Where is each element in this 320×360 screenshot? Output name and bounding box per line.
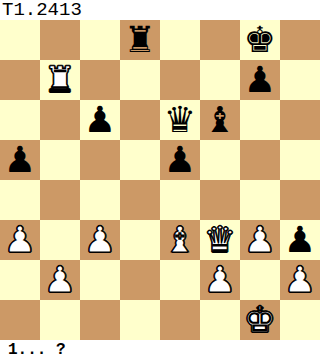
white-pawn[interactable]: ♟: [284, 262, 316, 298]
square-e4[interactable]: [160, 180, 200, 220]
square-d5[interactable]: [120, 140, 160, 180]
square-a6[interactable]: [0, 100, 40, 140]
white-rook[interactable]: ♜: [44, 62, 76, 98]
square-e1[interactable]: [160, 300, 200, 340]
square-h6[interactable]: [280, 100, 320, 140]
square-a7[interactable]: [0, 60, 40, 100]
square-d7[interactable]: [120, 60, 160, 100]
square-d8[interactable]: ♜: [120, 20, 160, 60]
square-f5[interactable]: [200, 140, 240, 180]
white-pawn[interactable]: ♟: [204, 262, 236, 298]
square-a2[interactable]: [0, 260, 40, 300]
square-c1[interactable]: [80, 300, 120, 340]
square-a1[interactable]: [0, 300, 40, 340]
square-g2[interactable]: [240, 260, 280, 300]
white-bishop[interactable]: ♝: [164, 222, 196, 258]
square-a8[interactable]: [0, 20, 40, 60]
square-h4[interactable]: [280, 180, 320, 220]
square-e2[interactable]: [160, 260, 200, 300]
square-c4[interactable]: [80, 180, 120, 220]
square-d6[interactable]: [120, 100, 160, 140]
square-h7[interactable]: [280, 60, 320, 100]
chess-puzzle-screen: T1.2413 ♜♚♜♟♟♛♝♟♟♟♟♝♛♟♟♟♟♟♚ 1... ?: [0, 0, 320, 360]
square-b1[interactable]: [40, 300, 80, 340]
square-h1[interactable]: [280, 300, 320, 340]
square-b2[interactable]: ♟: [40, 260, 80, 300]
square-a5[interactable]: ♟: [0, 140, 40, 180]
black-pawn[interactable]: ♟: [244, 62, 276, 98]
black-rook[interactable]: ♜: [124, 22, 156, 58]
square-f6[interactable]: ♝: [200, 100, 240, 140]
square-f4[interactable]: [200, 180, 240, 220]
square-c8[interactable]: [80, 20, 120, 60]
square-d3[interactable]: [120, 220, 160, 260]
square-g4[interactable]: [240, 180, 280, 220]
square-b5[interactable]: [40, 140, 80, 180]
square-f2[interactable]: ♟: [200, 260, 240, 300]
square-e3[interactable]: ♝: [160, 220, 200, 260]
black-pawn[interactable]: ♟: [284, 222, 316, 258]
square-f3[interactable]: ♛: [200, 220, 240, 260]
black-king[interactable]: ♚: [244, 22, 276, 58]
white-king[interactable]: ♚: [244, 302, 276, 338]
puzzle-title: T1.2413: [0, 0, 320, 20]
black-pawn[interactable]: ♟: [164, 142, 196, 178]
square-h5[interactable]: [280, 140, 320, 180]
white-queen[interactable]: ♛: [204, 222, 236, 258]
square-e5[interactable]: ♟: [160, 140, 200, 180]
square-e8[interactable]: [160, 20, 200, 60]
square-b8[interactable]: [40, 20, 80, 60]
square-e7[interactable]: [160, 60, 200, 100]
square-g7[interactable]: ♟: [240, 60, 280, 100]
square-b7[interactable]: ♜: [40, 60, 80, 100]
square-g5[interactable]: [240, 140, 280, 180]
square-f8[interactable]: [200, 20, 240, 60]
square-a3[interactable]: ♟: [0, 220, 40, 260]
chess-board: ♜♚♜♟♟♛♝♟♟♟♟♝♛♟♟♟♟♟♚: [0, 20, 320, 340]
square-f1[interactable]: [200, 300, 240, 340]
black-bishop[interactable]: ♝: [204, 102, 236, 138]
square-g6[interactable]: [240, 100, 280, 140]
square-c7[interactable]: [80, 60, 120, 100]
square-g8[interactable]: ♚: [240, 20, 280, 60]
square-h3[interactable]: ♟: [280, 220, 320, 260]
black-pawn[interactable]: ♟: [84, 102, 116, 138]
white-pawn[interactable]: ♟: [84, 222, 116, 258]
square-c2[interactable]: [80, 260, 120, 300]
square-c3[interactable]: ♟: [80, 220, 120, 260]
black-pawn[interactable]: ♟: [4, 142, 36, 178]
square-e6[interactable]: ♛: [160, 100, 200, 140]
move-prompt: 1... ?: [0, 340, 320, 360]
square-g3[interactable]: ♟: [240, 220, 280, 260]
square-c5[interactable]: [80, 140, 120, 180]
square-d4[interactable]: [120, 180, 160, 220]
black-queen[interactable]: ♛: [164, 102, 196, 138]
square-d2[interactable]: [120, 260, 160, 300]
square-d1[interactable]: [120, 300, 160, 340]
square-b4[interactable]: [40, 180, 80, 220]
square-f7[interactable]: [200, 60, 240, 100]
white-pawn[interactable]: ♟: [44, 262, 76, 298]
square-g1[interactable]: ♚: [240, 300, 280, 340]
square-b6[interactable]: [40, 100, 80, 140]
square-a4[interactable]: [0, 180, 40, 220]
square-c6[interactable]: ♟: [80, 100, 120, 140]
square-h2[interactable]: ♟: [280, 260, 320, 300]
white-pawn[interactable]: ♟: [244, 222, 276, 258]
white-pawn[interactable]: ♟: [4, 222, 36, 258]
square-b3[interactable]: [40, 220, 80, 260]
square-h8[interactable]: [280, 20, 320, 60]
